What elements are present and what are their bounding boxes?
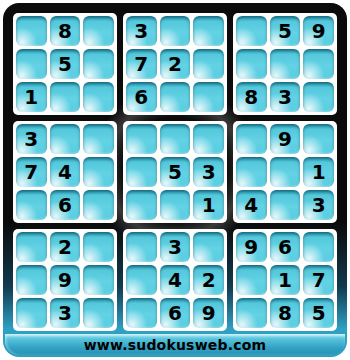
cell-r5c7[interactable] xyxy=(236,157,267,187)
cell-r1c2[interactable]: 8 xyxy=(50,16,81,46)
cell-r4c8[interactable]: 9 xyxy=(270,124,301,154)
cell-r4c4[interactable] xyxy=(126,124,157,154)
cell-r5c5[interactable]: 5 xyxy=(160,157,191,187)
cell-r8c8[interactable]: 1 xyxy=(270,265,301,295)
cell-r2c5[interactable]: 2 xyxy=(160,49,191,79)
cell-r7c5[interactable]: 3 xyxy=(160,232,191,262)
cell-r1c8[interactable]: 5 xyxy=(270,16,301,46)
cell-r5c2[interactable]: 4 xyxy=(50,157,81,187)
cell-r4c3[interactable] xyxy=(83,124,114,154)
cell-r2c4[interactable]: 7 xyxy=(126,49,157,79)
cell-r3c1[interactable]: 1 xyxy=(16,82,47,112)
block-r1c3: 5983 xyxy=(233,13,337,115)
cell-r9c1[interactable] xyxy=(16,298,47,328)
block-r3c2: 34269 xyxy=(123,229,227,331)
cell-r5c3[interactable] xyxy=(83,157,114,187)
cell-r4c2[interactable] xyxy=(50,124,81,154)
cell-r6c3[interactable] xyxy=(83,190,114,220)
cell-r8c5[interactable]: 4 xyxy=(160,265,191,295)
cell-r2c9[interactable] xyxy=(303,49,334,79)
cell-r3c7[interactable]: 8 xyxy=(236,82,267,112)
cell-r8c7[interactable] xyxy=(236,265,267,295)
cell-r8c9[interactable]: 7 xyxy=(303,265,334,295)
cell-r6c4[interactable] xyxy=(126,190,157,220)
cell-r6c6[interactable]: 1 xyxy=(193,190,224,220)
cell-r7c1[interactable] xyxy=(16,232,47,262)
block-r2c1: 3746 xyxy=(13,121,117,223)
cell-r1c7[interactable] xyxy=(236,16,267,46)
site-url[interactable]: www.sudokusweb.com xyxy=(84,337,267,353)
cell-r1c6[interactable] xyxy=(193,16,224,46)
cell-r5c9[interactable]: 1 xyxy=(303,157,334,187)
cell-r5c4[interactable] xyxy=(126,157,157,187)
cell-r9c7[interactable] xyxy=(236,298,267,328)
block-r1c2: 3726 xyxy=(123,13,227,115)
cell-r1c5[interactable] xyxy=(160,16,191,46)
cell-r8c1[interactable] xyxy=(16,265,47,295)
block-r3c3: 961785 xyxy=(233,229,337,331)
cell-r6c5[interactable] xyxy=(160,190,191,220)
cell-r3c9[interactable] xyxy=(303,82,334,112)
cell-r3c4[interactable]: 6 xyxy=(126,82,157,112)
cell-r6c8[interactable] xyxy=(270,190,301,220)
cell-r9c5[interactable]: 6 xyxy=(160,298,191,328)
cell-r5c8[interactable] xyxy=(270,157,301,187)
cell-r4c1[interactable]: 3 xyxy=(16,124,47,154)
block-r2c3: 9143 xyxy=(233,121,337,223)
cell-r9c8[interactable]: 8 xyxy=(270,298,301,328)
cell-r7c6[interactable] xyxy=(193,232,224,262)
cell-r7c8[interactable]: 6 xyxy=(270,232,301,262)
cell-r2c7[interactable] xyxy=(236,49,267,79)
cell-r7c4[interactable] xyxy=(126,232,157,262)
cell-r4c6[interactable] xyxy=(193,124,224,154)
cell-r4c7[interactable] xyxy=(236,124,267,154)
cell-r8c2[interactable]: 9 xyxy=(50,265,81,295)
cell-r7c2[interactable]: 2 xyxy=(50,232,81,262)
sudoku-grid: 851372659833746531914329334269961785 xyxy=(13,13,337,331)
cell-r3c8[interactable]: 3 xyxy=(270,82,301,112)
cell-r6c2[interactable]: 6 xyxy=(50,190,81,220)
cell-r4c5[interactable] xyxy=(160,124,191,154)
cell-r9c3[interactable] xyxy=(83,298,114,328)
page: 851372659833746531914329334269961785 www… xyxy=(0,0,350,360)
cell-r2c1[interactable] xyxy=(16,49,47,79)
cell-r3c6[interactable] xyxy=(193,82,224,112)
cell-r8c3[interactable] xyxy=(83,265,114,295)
block-r1c1: 851 xyxy=(13,13,117,115)
block-r3c1: 293 xyxy=(13,229,117,331)
cell-r8c4[interactable] xyxy=(126,265,157,295)
cell-r2c2[interactable]: 5 xyxy=(50,49,81,79)
cell-r1c9[interactable]: 9 xyxy=(303,16,334,46)
block-r2c2: 531 xyxy=(123,121,227,223)
cell-r7c3[interactable] xyxy=(83,232,114,262)
cell-r7c9[interactable] xyxy=(303,232,334,262)
cell-r9c4[interactable] xyxy=(126,298,157,328)
cell-r3c3[interactable] xyxy=(83,82,114,112)
cell-r5c1[interactable]: 7 xyxy=(16,157,47,187)
cell-r7c7[interactable]: 9 xyxy=(236,232,267,262)
cell-r6c7[interactable]: 4 xyxy=(236,190,267,220)
sudoku-board: 851372659833746531914329334269961785 www… xyxy=(3,3,347,357)
cell-r2c8[interactable] xyxy=(270,49,301,79)
footer-bar: www.sudokusweb.com xyxy=(5,334,345,355)
cell-r5c6[interactable]: 3 xyxy=(193,157,224,187)
cell-r3c2[interactable] xyxy=(50,82,81,112)
cell-r9c6[interactable]: 9 xyxy=(193,298,224,328)
cell-r1c4[interactable]: 3 xyxy=(126,16,157,46)
cell-r1c3[interactable] xyxy=(83,16,114,46)
cell-r9c2[interactable]: 3 xyxy=(50,298,81,328)
cell-r4c9[interactable] xyxy=(303,124,334,154)
cell-r6c9[interactable]: 3 xyxy=(303,190,334,220)
cell-r9c9[interactable]: 5 xyxy=(303,298,334,328)
cell-r2c3[interactable] xyxy=(83,49,114,79)
cell-r8c6[interactable]: 2 xyxy=(193,265,224,295)
cell-r6c1[interactable] xyxy=(16,190,47,220)
cell-r3c5[interactable] xyxy=(160,82,191,112)
cell-r2c6[interactable] xyxy=(193,49,224,79)
cell-r1c1[interactable] xyxy=(16,16,47,46)
